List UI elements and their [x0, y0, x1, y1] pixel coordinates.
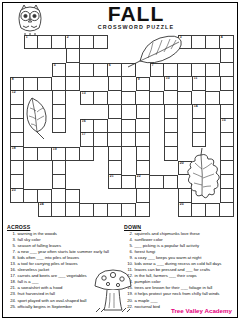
- grid-cell[interactable]: [136, 119, 150, 133]
- empty-area: [66, 91, 80, 105]
- empty-area: [94, 175, 108, 189]
- clue-item: 20.a maple ___: [124, 299, 236, 303]
- empty-area: [38, 63, 52, 77]
- grid-cell[interactable]: [10, 119, 24, 133]
- grid-cell[interactable]: 17: [80, 133, 94, 147]
- empty-area: [66, 161, 80, 175]
- grid-cell[interactable]: [24, 147, 38, 161]
- clue-item-text: trees are known for their ___ foliage in…: [135, 286, 237, 290]
- grid-cell[interactable]: [94, 203, 108, 217]
- grid-cell[interactable]: [38, 35, 52, 49]
- grid-cell[interactable]: [80, 203, 94, 217]
- empty-area: [108, 35, 122, 49]
- grid-cell[interactable]: [52, 175, 66, 189]
- grid-cell[interactable]: 22: [136, 175, 150, 189]
- clue-number: 15: [222, 119, 226, 123]
- clue-number: 5: [54, 64, 56, 68]
- empty-area: [150, 119, 164, 133]
- grid-cell[interactable]: [66, 77, 80, 91]
- clue-item-text: forest fungi: [135, 250, 237, 254]
- empty-area: [80, 105, 94, 119]
- empty-area: [150, 161, 164, 175]
- clue-item: 5.___ picking is a popular fall activity: [124, 244, 236, 248]
- grid-cell[interactable]: [192, 35, 206, 49]
- empty-area: [10, 49, 24, 63]
- grid-cell[interactable]: [136, 203, 150, 217]
- clue-number: 13: [82, 92, 86, 96]
- grid-cell[interactable]: [122, 91, 136, 105]
- grid-cell[interactable]: [52, 77, 66, 91]
- empty-area: [24, 175, 38, 189]
- clue-item-number: 17.: [7, 274, 16, 278]
- clue-item: 4.sunflower color: [124, 238, 236, 242]
- clue-item-text: a new ___ year often starts late summer …: [18, 250, 120, 254]
- clue-number: 11: [194, 77, 198, 81]
- grid-cell[interactable]: [108, 147, 122, 161]
- grid-cell[interactable]: [136, 91, 150, 105]
- grid-cell[interactable]: [206, 63, 220, 77]
- empty-area: [108, 189, 122, 203]
- grid-cell[interactable]: [164, 91, 178, 105]
- empty-area: [150, 189, 164, 203]
- clue-item-number: 5.: [124, 244, 133, 248]
- empty-area: [24, 49, 38, 63]
- empty-area: [94, 105, 108, 119]
- empty-area: [66, 175, 80, 189]
- page-title: FALL: [76, 4, 196, 24]
- empty-area: [94, 77, 108, 91]
- owl-illustration: [13, 2, 47, 36]
- clue-item-number: 8.: [7, 256, 16, 260]
- clue-number: 23: [12, 189, 16, 193]
- clue-item-number: 25.: [7, 305, 16, 309]
- across-header: ACROSS: [7, 225, 119, 231]
- empty-area: [122, 189, 136, 203]
- clue-item-number: 16.: [7, 268, 16, 272]
- grid-cell[interactable]: [220, 189, 234, 203]
- grid-cell[interactable]: 13: [80, 91, 94, 105]
- grid-cell[interactable]: [80, 35, 94, 49]
- grid-cell[interactable]: 18: [10, 147, 24, 161]
- empty-area: [94, 189, 108, 203]
- clue-item-number: 3.: [7, 238, 16, 242]
- clue-number: 21: [110, 175, 114, 179]
- brand-footer: Tree Valley Academy: [171, 307, 232, 314]
- grid-cell[interactable]: [206, 35, 220, 49]
- grid-cell[interactable]: [122, 203, 136, 217]
- clue-item: 2.squirrels and chipmunks love these: [124, 232, 236, 236]
- grid-cell[interactable]: 12: [10, 91, 24, 105]
- grid-cell[interactable]: [136, 147, 150, 161]
- grid-cell[interactable]: 19: [52, 147, 66, 161]
- grid-cell[interactable]: 8: [10, 77, 24, 91]
- grid-cell[interactable]: [24, 77, 38, 91]
- clue-item: 10.kids wear a ___ during recess on cold…: [124, 262, 236, 266]
- grid-cell[interactable]: [178, 91, 192, 105]
- clue-item-text: a maple ___: [135, 299, 237, 303]
- grid-cell[interactable]: [220, 49, 234, 63]
- clue-item-number: 21.: [7, 286, 16, 290]
- grid-cell[interactable]: [150, 91, 164, 105]
- grid-cell[interactable]: 25: [178, 203, 192, 217]
- grid-cell[interactable]: [94, 91, 108, 105]
- empty-area: [80, 161, 94, 175]
- grid-cell[interactable]: [66, 189, 80, 203]
- clue-number: 1: [26, 36, 28, 40]
- clue-item-text: squirrels and chipmunks love these: [135, 232, 237, 236]
- clue-item-text: it helps protect your neck from chilly f…: [135, 292, 237, 296]
- empty-area: [122, 105, 136, 119]
- clue-number: 17: [82, 133, 86, 137]
- grid-cell[interactable]: [80, 63, 94, 77]
- clue-item-text: fall sky color: [18, 238, 120, 242]
- grid-cell[interactable]: [136, 105, 150, 119]
- clue-item-text: ___ picking is a popular fall activity: [135, 244, 237, 248]
- empty-area: [122, 147, 136, 161]
- empty-area: [24, 203, 38, 217]
- grid-cell[interactable]: [38, 147, 52, 161]
- clue-number: 6: [109, 64, 111, 68]
- grid-cell[interactable]: 6: [108, 63, 122, 77]
- clue-item-text: kids wear a ___ during recess on cold fa…: [135, 262, 237, 266]
- empty-area: [80, 189, 94, 203]
- grid-cell[interactable]: [66, 203, 80, 217]
- empty-area: [164, 161, 178, 175]
- clue-item-text: kids often ___ into piles of leaves: [18, 256, 120, 260]
- grid-cell[interactable]: 21: [108, 175, 122, 189]
- empty-area: [80, 49, 94, 63]
- grid-cell[interactable]: [94, 63, 108, 77]
- grid-cell[interactable]: [10, 175, 24, 189]
- grid-cell[interactable]: [164, 105, 178, 119]
- clue-item-number: 18.: [7, 280, 16, 284]
- empty-area: [80, 175, 94, 189]
- empty-area: [94, 147, 108, 161]
- empty-area: [94, 161, 108, 175]
- empty-area: [164, 189, 178, 203]
- clue-number: 4: [221, 36, 223, 40]
- grid-cell[interactable]: 1: [24, 35, 38, 49]
- clue-number: 19: [53, 148, 57, 152]
- grid-cell[interactable]: [10, 133, 24, 147]
- clue-item-text: sunflower color: [135, 238, 237, 242]
- grid-cell[interactable]: [220, 91, 234, 105]
- clue-item-number: 9.: [124, 256, 133, 260]
- grid-cell[interactable]: 4: [220, 35, 234, 49]
- clue-item-text: warning in the woods: [18, 232, 120, 236]
- grid-cell[interactable]: [94, 119, 108, 133]
- empty-area: [38, 161, 52, 175]
- clue-number: 18: [12, 147, 16, 151]
- empty-area: [38, 49, 52, 63]
- clue-item-number: 13.: [7, 262, 16, 266]
- grid-cell[interactable]: [220, 161, 234, 175]
- empty-area: [66, 105, 80, 119]
- grid-cell[interactable]: [192, 63, 206, 77]
- grid-cell[interactable]: [24, 189, 38, 203]
- clue-number: 2: [67, 36, 69, 40]
- empty-area: [38, 175, 52, 189]
- grid-cell[interactable]: [108, 119, 122, 133]
- clue-item-number: 24.: [7, 299, 16, 303]
- empty-area: [10, 203, 24, 217]
- clue-item-number: 1.: [7, 232, 16, 236]
- mushroom-illustration: [92, 266, 134, 314]
- clue-item: 5.season of falling leaves: [7, 244, 119, 248]
- clue-number: 22: [137, 175, 141, 179]
- grid-cell[interactable]: 11: [192, 77, 206, 91]
- grid-cell[interactable]: [122, 175, 136, 189]
- grid-cell[interactable]: [66, 63, 80, 77]
- clue-item: 9.a cozy ___ keeps you warm at night: [124, 256, 236, 260]
- grid-cell[interactable]: [52, 35, 66, 49]
- grid-cell[interactable]: [192, 119, 206, 133]
- clue-number: 8: [12, 78, 14, 82]
- empty-area: [52, 49, 66, 63]
- empty-area: [150, 105, 164, 119]
- clue-item: 6.forest fungi: [124, 250, 236, 254]
- grid-cell[interactable]: [38, 77, 52, 91]
- grid-cell[interactable]: [150, 175, 164, 189]
- down-clues: DOWN 2.squirrels and chipmunks love thes…: [124, 225, 236, 311]
- clue-item: 8.kids often ___ into piles of leaves: [7, 256, 119, 260]
- grid-cell[interactable]: [52, 189, 66, 203]
- grid-cell[interactable]: [220, 147, 234, 161]
- leaf-illustration-left: [23, 96, 53, 140]
- clue-item-number: 23.: [7, 292, 16, 296]
- empty-area: [206, 49, 220, 63]
- clue-item: 14.pumpkin color: [124, 280, 236, 284]
- grid-cell[interactable]: [164, 147, 178, 161]
- empty-area: [10, 63, 24, 77]
- empty-area: [66, 119, 80, 133]
- grid-cell[interactable]: [136, 189, 150, 203]
- leaf-illustration-top: [126, 33, 184, 81]
- clue-item-number: 4.: [124, 238, 133, 242]
- grid-cell[interactable]: 14: [192, 105, 206, 119]
- grid-cell[interactable]: [108, 161, 122, 175]
- grid-cell[interactable]: 15: [220, 119, 234, 133]
- grid-cell[interactable]: [136, 161, 150, 175]
- grid-cell[interactable]: [80, 147, 94, 161]
- grid-cell[interactable]: [220, 105, 234, 119]
- grid-cell[interactable]: [220, 203, 234, 217]
- grid-cell[interactable]: [52, 119, 66, 133]
- worksheet-page: FALL CROSSWORD PUZZLE 123456789101112131…: [0, 0, 240, 320]
- oak-leaf-illustration: [186, 147, 220, 205]
- grid-cell[interactable]: [136, 133, 150, 147]
- grid-cell[interactable]: [206, 203, 220, 217]
- clue-item: 12.in the fall, farmers ___ their crops: [124, 274, 236, 278]
- empty-area: [206, 133, 220, 147]
- grid-cell[interactable]: [52, 91, 66, 105]
- clue-number: 14: [194, 105, 198, 109]
- clue-item-text: pumpkin color: [135, 280, 237, 284]
- grid-cell[interactable]: [52, 203, 66, 217]
- grid-cell[interactable]: [52, 161, 66, 175]
- clue-item-text: season of falling leaves: [18, 244, 120, 248]
- grid-cell[interactable]: [10, 161, 24, 175]
- grid-cell[interactable]: [108, 91, 122, 105]
- grid-cell[interactable]: [192, 133, 206, 147]
- empty-area: [178, 105, 192, 119]
- grid-cell[interactable]: [66, 147, 80, 161]
- empty-area: [150, 203, 164, 217]
- empty-area: [108, 49, 122, 63]
- empty-area: [24, 161, 38, 175]
- grid-cell[interactable]: [164, 133, 178, 147]
- clue-item: 3.fall sky color: [7, 238, 119, 242]
- clue-item-number: 6.: [124, 250, 133, 254]
- grid-cell[interactable]: [94, 35, 108, 49]
- empty-area: [206, 105, 220, 119]
- grid-cell[interactable]: [220, 175, 234, 189]
- clue-item: 1.warning in the woods: [7, 232, 119, 236]
- grid-cell[interactable]: 23: [10, 189, 24, 203]
- clue-item-number: 5.: [7, 244, 16, 248]
- clue-item: 11.leaves can be pressed and ___ for cra…: [124, 268, 236, 272]
- grid-cell[interactable]: [94, 133, 108, 147]
- clue-item-text: in the fall, farmers ___ their crops: [135, 274, 237, 278]
- down-header: DOWN: [124, 225, 236, 231]
- empty-area: [206, 119, 220, 133]
- grid-cell[interactable]: [66, 49, 80, 63]
- clue-number: 25: [180, 203, 184, 207]
- empty-area: [24, 63, 38, 77]
- clue-item-number: 7.: [7, 250, 16, 254]
- grid-cell[interactable]: [220, 77, 234, 91]
- clue-number: 16: [82, 120, 86, 124]
- clue-item-text: leaves can be pressed and ___ for crafts: [135, 268, 237, 272]
- empty-area: [164, 203, 178, 217]
- clue-number: 12: [12, 91, 16, 95]
- grid-cell[interactable]: [192, 203, 206, 217]
- empty-area: [192, 49, 206, 63]
- grid-cell[interactable]: [220, 133, 234, 147]
- grid-cell[interactable]: [52, 105, 66, 119]
- empty-area: [178, 133, 192, 147]
- grid-cell[interactable]: [108, 77, 122, 91]
- clue-item-text: a cozy ___ keeps you warm at night: [135, 256, 237, 260]
- grid-cell[interactable]: 16: [80, 119, 94, 133]
- grid-cell[interactable]: [192, 91, 206, 105]
- grid-cell[interactable]: [164, 175, 178, 189]
- page-subtitle: CROSSWORD PUZZLE: [76, 24, 196, 30]
- grid-cell[interactable]: [122, 119, 136, 133]
- grid-cell[interactable]: [164, 119, 178, 133]
- empty-area: [10, 35, 24, 49]
- grid-cell[interactable]: 2: [66, 35, 80, 49]
- grid-cell[interactable]: [10, 105, 24, 119]
- empty-area: [206, 77, 220, 91]
- clue-number: 24: [40, 203, 44, 207]
- grid-cell[interactable]: 24: [38, 203, 52, 217]
- empty-area: [150, 147, 164, 161]
- clue-item: 19.it helps protect your neck from chill…: [124, 292, 236, 296]
- clue-item: 15.trees are known for their ___ foliage…: [124, 286, 236, 290]
- empty-area: [94, 49, 108, 63]
- grid-cell[interactable]: [108, 105, 122, 119]
- empty-area: [122, 161, 136, 175]
- empty-area: [80, 77, 94, 91]
- empty-area: [178, 119, 192, 133]
- empty-area: [150, 133, 164, 147]
- grid-cell[interactable]: [108, 133, 122, 147]
- grid-cell[interactable]: 5: [52, 63, 66, 77]
- grid-cell[interactable]: [122, 133, 136, 147]
- clue-item: 7.a new ___ year often starts late summe…: [7, 250, 119, 254]
- empty-area: [66, 133, 80, 147]
- clue-number: 20: [180, 162, 184, 166]
- grid-cell[interactable]: [206, 91, 220, 105]
- grid-cell[interactable]: [220, 63, 234, 77]
- clue-item-number: 2.: [124, 232, 133, 236]
- grid-cell[interactable]: [38, 189, 52, 203]
- empty-area: [52, 133, 66, 147]
- grid-cell[interactable]: [108, 203, 122, 217]
